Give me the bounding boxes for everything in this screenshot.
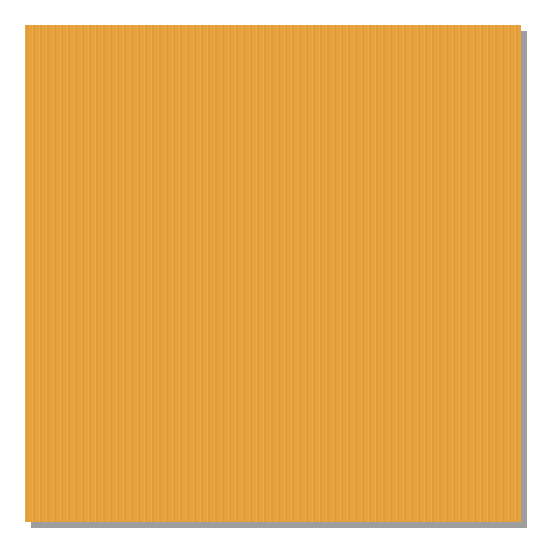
go-board[interactable] — [25, 25, 521, 522]
go-diagram — [0, 0, 550, 550]
board-intersections — [30, 30, 517, 509]
